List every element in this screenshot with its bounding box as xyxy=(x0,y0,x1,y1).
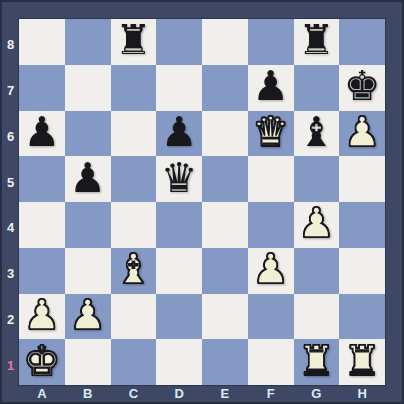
piece-black-pawn: ♟ xyxy=(252,66,289,107)
piece-black-pawn: ♟ xyxy=(23,112,60,153)
square-f7[interactable]: ♟ xyxy=(248,65,294,111)
square-g4[interactable]: ♟ xyxy=(294,202,340,248)
rank-label-6: 6 xyxy=(2,111,19,157)
file-label-A: A xyxy=(19,385,65,401)
rank-label-2: 2 xyxy=(2,294,19,340)
square-c3[interactable]: ♝ xyxy=(111,248,157,294)
square-a4[interactable] xyxy=(19,202,65,248)
square-c1[interactable] xyxy=(111,339,157,385)
file-label-E: E xyxy=(202,385,248,401)
rank-labels: 87654321 xyxy=(2,19,19,385)
square-a8[interactable] xyxy=(19,19,65,65)
piece-white-queen: ♛ xyxy=(252,112,289,153)
square-g8[interactable]: ♜ xyxy=(294,19,340,65)
square-c4[interactable] xyxy=(111,202,157,248)
square-f2[interactable] xyxy=(248,294,294,340)
piece-white-rook: ♜ xyxy=(298,341,335,382)
square-a5[interactable] xyxy=(19,156,65,202)
square-g6[interactable]: ♝ xyxy=(294,111,340,157)
square-g1[interactable]: ♜ xyxy=(294,339,340,385)
rank-label-8: 8 xyxy=(2,19,19,65)
file-labels: ABCDEFGH xyxy=(19,385,385,401)
square-e2[interactable] xyxy=(202,294,248,340)
square-d7[interactable] xyxy=(156,65,202,111)
square-d6[interactable]: ♟ xyxy=(156,111,202,157)
piece-black-king: ♚ xyxy=(344,66,381,107)
square-b4[interactable] xyxy=(65,202,111,248)
square-g5[interactable] xyxy=(294,156,340,202)
file-label-C: C xyxy=(111,385,157,401)
piece-white-pawn: ♟ xyxy=(298,203,335,244)
piece-black-pawn: ♟ xyxy=(69,158,106,199)
file-label-G: G xyxy=(294,385,340,401)
square-h8[interactable] xyxy=(339,19,385,65)
square-b5[interactable]: ♟ xyxy=(65,156,111,202)
square-a2[interactable]: ♟ xyxy=(19,294,65,340)
piece-white-king: ♚ xyxy=(23,341,60,382)
piece-white-pawn: ♟ xyxy=(252,249,289,290)
square-e1[interactable] xyxy=(202,339,248,385)
square-b2[interactable]: ♟ xyxy=(65,294,111,340)
square-h2[interactable] xyxy=(339,294,385,340)
square-b6[interactable] xyxy=(65,111,111,157)
file-label-D: D xyxy=(156,385,202,401)
square-e4[interactable] xyxy=(202,202,248,248)
square-c8[interactable]: ♜ xyxy=(111,19,157,65)
square-d5[interactable]: ♛ xyxy=(156,156,202,202)
piece-white-pawn: ♟ xyxy=(69,295,106,336)
file-label-H: H xyxy=(339,385,385,401)
square-g3[interactable] xyxy=(294,248,340,294)
rank-label-1: 1 xyxy=(2,339,19,385)
square-f6[interactable]: ♛ xyxy=(248,111,294,157)
piece-white-rook: ♜ xyxy=(344,341,381,382)
square-h6[interactable]: ♟ xyxy=(339,111,385,157)
square-e5[interactable] xyxy=(202,156,248,202)
square-d8[interactable] xyxy=(156,19,202,65)
square-e7[interactable] xyxy=(202,65,248,111)
square-d2[interactable] xyxy=(156,294,202,340)
rank-label-5: 5 xyxy=(2,156,19,202)
rank-label-4: 4 xyxy=(2,202,19,248)
rank-label-3: 3 xyxy=(2,248,19,294)
square-h1[interactable]: ♜ xyxy=(339,339,385,385)
piece-white-pawn: ♟ xyxy=(23,295,60,336)
square-f3[interactable]: ♟ xyxy=(248,248,294,294)
piece-white-pawn: ♟ xyxy=(344,112,381,153)
square-b7[interactable] xyxy=(65,65,111,111)
square-c6[interactable] xyxy=(111,111,157,157)
square-a3[interactable] xyxy=(19,248,65,294)
file-label-F: F xyxy=(248,385,294,401)
square-h7[interactable]: ♚ xyxy=(339,65,385,111)
square-b1[interactable] xyxy=(65,339,111,385)
chess-board: ♜♜♟♚♟♟♛♝♟♟♛♟♝♟♟♟♚♜♜ xyxy=(19,19,385,385)
square-e3[interactable] xyxy=(202,248,248,294)
square-b3[interactable] xyxy=(65,248,111,294)
square-f1[interactable] xyxy=(248,339,294,385)
square-a1[interactable]: ♚ xyxy=(19,339,65,385)
square-f8[interactable] xyxy=(248,19,294,65)
square-h3[interactable] xyxy=(339,248,385,294)
square-e6[interactable] xyxy=(202,111,248,157)
square-g7[interactable] xyxy=(294,65,340,111)
square-d1[interactable] xyxy=(156,339,202,385)
piece-black-queen: ♛ xyxy=(161,158,198,199)
piece-black-pawn: ♟ xyxy=(161,112,198,153)
square-e8[interactable] xyxy=(202,19,248,65)
square-c2[interactable] xyxy=(111,294,157,340)
square-d3[interactable] xyxy=(156,248,202,294)
piece-black-bishop: ♝ xyxy=(298,112,335,153)
piece-black-rook: ♜ xyxy=(298,20,335,61)
square-h5[interactable] xyxy=(339,156,385,202)
square-d4[interactable] xyxy=(156,202,202,248)
square-f5[interactable] xyxy=(248,156,294,202)
square-c5[interactable] xyxy=(111,156,157,202)
square-b8[interactable] xyxy=(65,19,111,65)
square-a6[interactable]: ♟ xyxy=(19,111,65,157)
piece-white-bishop: ♝ xyxy=(115,249,152,290)
rank-label-7: 7 xyxy=(2,65,19,111)
square-f4[interactable] xyxy=(248,202,294,248)
file-label-B: B xyxy=(65,385,111,401)
square-g2[interactable] xyxy=(294,294,340,340)
chess-diagram-frame: ♜♜♟♚♟♟♛♝♟♟♛♟♝♟♟♟♚♜♜ 87654321 ABCDEFGH xyxy=(0,0,404,404)
square-h4[interactable] xyxy=(339,202,385,248)
square-a7[interactable] xyxy=(19,65,65,111)
square-c7[interactable] xyxy=(111,65,157,111)
piece-black-rook: ♜ xyxy=(115,20,152,61)
